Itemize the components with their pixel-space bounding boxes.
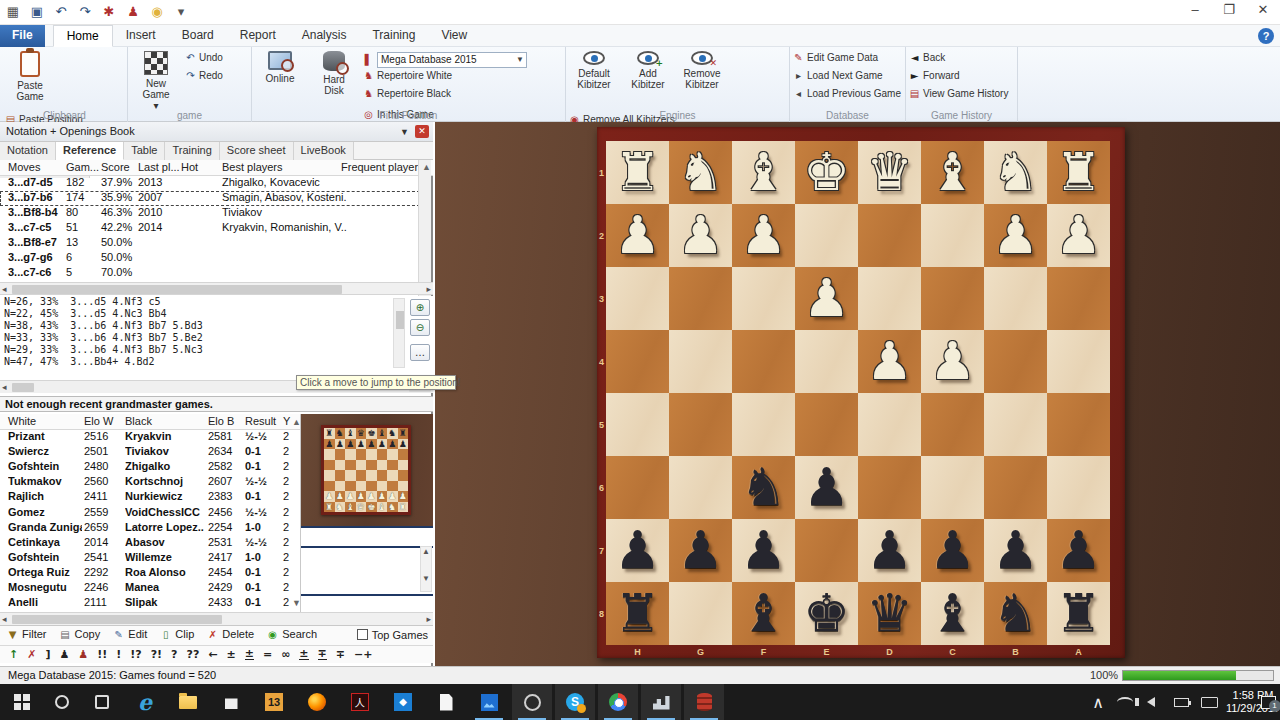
cell: 2010	[138, 206, 162, 218]
column-header[interactable]: Frequent players	[341, 161, 424, 173]
mini-square	[345, 460, 356, 471]
square-e5[interactable]	[795, 393, 858, 456]
square-d1[interactable]: ♛	[858, 141, 921, 204]
annotation-symbols-bar: ↑✗]♟♟!!!!??!???←±±=∞±∓∓−+	[0, 645, 433, 663]
square-f4[interactable]	[732, 330, 795, 393]
white-pawn[interactable]: ♟	[1055, 204, 1102, 267]
battery-icon[interactable]	[1168, 684, 1194, 720]
square-b2[interactable]: ♟	[984, 204, 1047, 267]
cell: ½-½	[245, 475, 281, 487]
cell: 5	[66, 266, 72, 278]
search-button[interactable]: ◉ Search	[266, 628, 317, 640]
game-row[interactable]: Tukmakov2560Kortschnoj2607½-½2	[0, 475, 300, 490]
square-b8[interactable]: ♞	[984, 582, 1047, 645]
black-pawn[interactable]: ♟	[929, 519, 976, 582]
stats-app-icon[interactable]	[641, 684, 681, 720]
square-c8[interactable]: ♝	[921, 582, 984, 645]
square-b1[interactable]: ♞	[984, 141, 1047, 204]
panel-close-icon[interactable]: ✕	[415, 125, 429, 138]
square-e6[interactable]: ♟	[795, 456, 858, 519]
square-b3[interactable]	[984, 267, 1047, 330]
add-kibitzerbutton[interactable]: +AddKibitzer	[622, 49, 674, 109]
black-rook[interactable]: ♜	[614, 582, 661, 645]
annotation-symbol[interactable]: !!	[97, 648, 107, 661]
game-row[interactable]: Mosnegutu2246Manea24290-12	[0, 581, 300, 596]
engine-line[interactable]: N=22, 45% 3...d5 4.Nc3 Bb4	[0, 308, 433, 320]
annotation-symbol[interactable]: ∓	[336, 648, 345, 661]
file-explorer-icon[interactable]	[168, 684, 208, 720]
white-knight[interactable]: ♞	[677, 141, 724, 204]
square-g2[interactable]: ♟	[669, 204, 732, 267]
black-pawn[interactable]: ♟	[677, 519, 724, 582]
game-row[interactable]: Ortega Ruiz2292Roa Alonso24540-12	[0, 566, 300, 581]
redo-button[interactable]: ↷Redo	[182, 68, 227, 86]
square-g7[interactable]: ♟	[669, 519, 732, 582]
square-d8[interactable]: ♛	[858, 582, 921, 645]
tab-file[interactable]: File	[0, 25, 45, 47]
mini-square	[335, 481, 346, 492]
square-h4[interactable]	[606, 330, 669, 393]
tab-training[interactable]: Training	[165, 142, 219, 160]
preview-board[interactable]: ♜♞♝♛♚♝♞♜♟♟♟♟♟♟♟♟♟♟♟♟♟♟♟♟♜♞♝♛♚♝♞♜	[321, 425, 411, 515]
white-rook[interactable]: ♜	[1055, 141, 1102, 204]
mini-square	[387, 481, 398, 492]
annotation-symbol[interactable]: ∞	[281, 648, 290, 661]
annotation-symbol[interactable]: ±	[226, 648, 235, 661]
square-a8[interactable]: ♜	[1047, 582, 1110, 645]
black-pawn[interactable]: ♟	[992, 519, 1039, 582]
repertoire-icon: ♞	[362, 70, 375, 81]
square-c3[interactable]	[921, 267, 984, 330]
move-row[interactable]: 3...g7-g6650.0%	[0, 251, 420, 266]
more-icon[interactable]: ▾	[172, 3, 190, 21]
square-e1[interactable]: ♚	[795, 141, 858, 204]
column-header[interactable]: Elo W	[84, 415, 113, 427]
black-bishop[interactable]: ♝	[929, 582, 976, 645]
mini-piece: ♜	[399, 428, 407, 438]
store-icon[interactable]	[211, 684, 251, 720]
onlinebutton[interactable]: Online	[254, 49, 306, 109]
mini-square	[356, 449, 367, 460]
black-bishop[interactable]: ♝	[740, 582, 787, 645]
tab-livebook[interactable]: LiveBook	[294, 142, 354, 160]
chrome-icon[interactable]	[598, 684, 638, 720]
move-tooltip: Click a move to jump to the position!	[296, 375, 456, 390]
cell: 2582	[208, 460, 243, 472]
engine-line[interactable]: N=38, 43% 3...b6 4.Nf3 Bb7 5.Bd3	[0, 320, 433, 332]
square-e8[interactable]: ♚	[795, 582, 858, 645]
black-pawn[interactable]: ♟	[614, 519, 661, 582]
white-queen[interactable]: ♛	[866, 141, 913, 204]
annotation-symbol[interactable]: ♟	[78, 648, 88, 661]
cell: 2014	[84, 536, 122, 548]
cell: Gomez	[8, 506, 82, 518]
square-g8[interactable]	[669, 582, 732, 645]
cell: 37.9%	[101, 176, 132, 188]
firefox-icon[interactable]	[297, 684, 337, 720]
cell: 2559	[84, 506, 122, 518]
square-d5[interactable]	[858, 393, 921, 456]
load-next-game-button[interactable]: ▸Load Next Game	[790, 68, 905, 86]
mini-square	[377, 481, 388, 492]
annotation-symbol[interactable]: ?!	[151, 648, 162, 661]
mini-square: ♞	[335, 428, 346, 439]
minimize-button[interactable]: –	[1178, 0, 1212, 22]
square-d6[interactable]	[858, 456, 921, 519]
square-g4[interactable]	[669, 330, 732, 393]
cell: Roa Alonso	[125, 566, 205, 578]
rank-label: 7	[597, 546, 606, 556]
copy-button[interactable]: ▤ Copy	[59, 628, 101, 640]
cell: Latorre Lopez..	[125, 521, 205, 533]
more-options-button[interactable]: …	[410, 344, 430, 361]
moves-table-header[interactable]: MovesGam...ScoreLast pl...HotBest player…	[0, 160, 433, 176]
column-header[interactable]: Gam...	[66, 161, 99, 173]
white-bishop[interactable]: ♝	[929, 141, 976, 204]
square-a2[interactable]: ♟	[1047, 204, 1110, 267]
square-a5[interactable]	[1047, 393, 1110, 456]
tab-score-sheet[interactable]: Score sheet	[220, 142, 294, 160]
tab-training[interactable]: Training	[359, 25, 428, 47]
tab-board[interactable]: Board	[169, 25, 227, 47]
back-button[interactable]: ◄Back	[906, 50, 1012, 68]
black-king[interactable]: ♚	[803, 582, 850, 645]
start-icon[interactable]	[2, 684, 42, 720]
mini-square	[387, 470, 398, 481]
square-g3[interactable]	[669, 267, 732, 330]
square-c2[interactable]	[921, 204, 984, 267]
white-pawn[interactable]: ♟	[614, 204, 661, 267]
white-pawn[interactable]: ♟	[803, 267, 850, 330]
dev-app-icon[interactable]: ◆	[383, 684, 423, 720]
cell: Abasov	[125, 536, 205, 548]
tab-reference[interactable]: Reference	[56, 142, 124, 160]
engine-line[interactable]: N=33, 33% 3...b6 4.Nf3 Bb7 5.Be2	[0, 332, 433, 344]
column-header[interactable]: Hot	[181, 161, 198, 173]
engine-vertical-scrollbar[interactable]	[393, 298, 405, 368]
square-e3[interactable]: ♟	[795, 267, 858, 330]
square-f6[interactable]: ♞	[732, 456, 795, 519]
column-header[interactable]: White	[8, 415, 36, 427]
annotation-symbol[interactable]: !	[116, 648, 121, 661]
column-header[interactable]: Result	[245, 415, 276, 427]
white-pawn[interactable]: ♟	[677, 204, 724, 267]
square-a1[interactable]: ♜	[1047, 141, 1110, 204]
white-king[interactable]: ♚	[803, 141, 850, 204]
mega-database-2015-button[interactable]: ▌Mega Database 2015▼	[360, 50, 531, 68]
game-row[interactable]: Prizant2516Kryakvin2581½-½2	[0, 430, 300, 445]
cell: 2411	[84, 490, 122, 502]
annotation-symbol[interactable]: ]	[45, 648, 50, 661]
file-label: G	[669, 647, 732, 657]
game-row[interactable]: Granda Zuniga2659Latorre Lopez..22541-02	[0, 521, 300, 536]
mini-square: ♝	[345, 502, 356, 513]
undo-icon[interactable]: ↶	[52, 3, 70, 21]
preview-scrollbar[interactable]: ▲▼	[420, 546, 432, 592]
game-row[interactable]: Rajlich2411Nurkiewicz23830-12	[0, 490, 300, 505]
remove-kibitzerbutton[interactable]: ✕RemoveKibitzer	[676, 49, 728, 109]
square-h8[interactable]: ♜	[606, 582, 669, 645]
touch-keyboard-icon[interactable]	[1196, 684, 1222, 720]
cell: 174	[66, 191, 84, 203]
annotation-symbol[interactable]: ↑	[9, 648, 18, 661]
mini-square: ♟	[387, 491, 398, 502]
square-d4[interactable]: ♟	[858, 330, 921, 393]
annotation-symbol[interactable]: ∓	[318, 648, 327, 660]
square-f1[interactable]: ♝	[732, 141, 795, 204]
game-row[interactable]: Gofshtein2541Willemze24171-02	[0, 551, 300, 566]
zoom-in-button[interactable]: ⊕	[410, 299, 430, 316]
close-button[interactable]: ✕	[1246, 0, 1280, 22]
tab-view[interactable]: View	[428, 25, 480, 47]
square-f5[interactable]	[732, 393, 795, 456]
square-e2[interactable]	[795, 204, 858, 267]
annotation-symbol[interactable]: =	[263, 648, 272, 661]
cell: Ortega Ruiz	[8, 566, 82, 578]
square-d7[interactable]: ♟	[858, 519, 921, 582]
skype-icon[interactable]: S	[555, 684, 595, 720]
redo-icon[interactable]: ↷	[76, 3, 94, 21]
edit-game-data-button[interactable]: ✎Edit Game Data	[790, 50, 905, 68]
annotation-symbol[interactable]: ±	[299, 648, 308, 660]
engine-line[interactable]: N=29, 33% 3...b6 4.Nf3 Bb7 5.Nc3	[0, 344, 433, 356]
mini-piece: ♟	[388, 439, 396, 449]
column-header[interactable]: Score	[101, 161, 130, 173]
square-h1[interactable]: ♜	[606, 141, 669, 204]
mini-square: ♟	[335, 439, 346, 450]
black-pawn[interactable]: ♟	[866, 519, 913, 582]
white-pawn[interactable]: ♟	[740, 204, 787, 267]
column-header[interactable]: Moves	[8, 161, 40, 173]
column-header[interactable]: Elo B	[208, 415, 234, 427]
square-h3[interactable]	[606, 267, 669, 330]
cell: 2516	[84, 430, 122, 442]
help-icon[interactable]: ?	[1258, 28, 1274, 44]
column-header[interactable]: Last pl...	[138, 161, 180, 173]
move-row[interactable]: 3...d7-d518237.9%2013Zhigalko, Kovacevic	[0, 176, 420, 191]
square-c1[interactable]: ♝	[921, 141, 984, 204]
black-pawn[interactable]: ♟	[803, 456, 850, 519]
square-c6[interactable]	[921, 456, 984, 519]
stack: ◄Back►Forward▤View Game History	[906, 50, 1012, 104]
group-label: game	[128, 110, 251, 121]
mini-piece: ♟	[357, 491, 365, 501]
annotation-symbol[interactable]: !?	[130, 648, 141, 661]
moves-vertical-scrollbar[interactable]: ▲▼	[418, 160, 431, 296]
engine-lines-box[interactable]: N=26, 33% 3...d5 4.Nf3 c5N=22, 45% 3...d…	[0, 296, 433, 380]
task-view-icon[interactable]	[82, 684, 122, 720]
tab-insert[interactable]: Insert	[113, 25, 169, 47]
cell: Swiercz	[8, 445, 82, 457]
delete-button[interactable]: ✗ Delete	[206, 628, 254, 640]
mini-piece: ♟	[367, 491, 375, 501]
save-icon[interactable]: ▣	[28, 3, 46, 21]
tab-home[interactable]: Home	[53, 25, 113, 47]
obs-icon[interactable]	[512, 684, 552, 720]
square-b4[interactable]	[984, 330, 1047, 393]
black-pawn[interactable]: ♟	[1055, 519, 1102, 582]
white-pawn[interactable]: ♟	[992, 204, 1039, 267]
games-horizontal-scrollbar[interactable]: ◂▸	[0, 612, 433, 625]
square-e4[interactable]	[795, 330, 858, 393]
lightbulb-icon[interactable]: ◉	[148, 3, 166, 21]
ribbon: PasteGame▤Paste Position▢Copy Game▦Copy …	[0, 47, 1280, 122]
square-a3[interactable]	[1047, 267, 1110, 330]
square-b5[interactable]	[984, 393, 1047, 456]
undo-button[interactable]: ↶Undo	[182, 50, 227, 68]
square-g5[interactable]	[669, 393, 732, 456]
square-h6[interactable]	[606, 456, 669, 519]
square-d2[interactable]	[858, 204, 921, 267]
column-header[interactable]: Y	[283, 415, 290, 427]
mini-square: ♟	[324, 491, 335, 502]
annotation-symbol[interactable]: −+	[354, 648, 372, 661]
square-d3[interactable]	[858, 267, 921, 330]
view-game-history-button[interactable]: ▤View Game History	[906, 86, 1012, 104]
engine-line[interactable]: N=47, 47% 3...Bb4+ 4.Bd2	[0, 356, 433, 368]
game-row[interactable]: Anelli2111Slipak24330-12▼	[0, 596, 300, 611]
cortana-icon[interactable]	[42, 684, 82, 720]
top-games-checkbox[interactable]: Top Games	[357, 629, 428, 641]
square-f3[interactable]	[732, 267, 795, 330]
tab-report[interactable]: Report	[227, 25, 289, 47]
game-row[interactable]: Gomez2559VoidChessICC2456½-½2	[0, 506, 300, 521]
cell: 2	[283, 430, 297, 442]
setup-icon[interactable]: ♟	[124, 3, 142, 21]
column-header[interactable]: Best players	[222, 161, 283, 173]
move-row[interactable]: 3...b7-b617435.9%2007Smagin, Abasov, Kos…	[0, 191, 420, 206]
edit-button[interactable]: ✎ Edit	[112, 628, 147, 640]
filter-button[interactable]: ▼ Filter	[6, 628, 47, 640]
game-row[interactable]: Cetinkaya2014Abasov2531½-½2	[0, 536, 300, 551]
document-icon[interactable]	[426, 684, 466, 720]
progress-label: 100%	[1090, 669, 1118, 681]
tab-notation[interactable]: Notation	[0, 142, 56, 160]
square-g1[interactable]: ♞	[669, 141, 732, 204]
annotation-symbol[interactable]: ←	[208, 648, 217, 661]
paste-gamebutton[interactable]: PasteGame	[4, 49, 56, 109]
board-icon[interactable]: ▦	[4, 3, 22, 21]
black-pawn[interactable]: ♟	[740, 519, 787, 582]
square-h2[interactable]: ♟	[606, 204, 669, 267]
square-h5[interactable]	[606, 393, 669, 456]
white-pawn[interactable]: ♟	[866, 330, 913, 393]
move-row[interactable]: 3...Bf8-e71350.0%	[0, 236, 420, 251]
square-b6[interactable]	[984, 456, 1047, 519]
hard-diskbutton[interactable]: HardDisk	[308, 49, 360, 109]
photos-icon[interactable]	[469, 684, 509, 720]
square-f7[interactable]: ♟	[732, 519, 795, 582]
action-center-icon[interactable]: 1	[1256, 684, 1280, 720]
chevron-down-icon: ▼	[516, 55, 524, 64]
rank-label: 2	[597, 231, 606, 241]
annotation-symbol[interactable]: ✗	[27, 648, 36, 661]
engine-line[interactable]: N=26, 33% 3...d5 4.Nf3 c5	[0, 296, 433, 308]
engine-icon[interactable]: ✱	[100, 3, 118, 21]
column-header[interactable]: Black	[125, 415, 152, 427]
panel-menu-icon[interactable]: ▼	[400, 127, 409, 137]
tray-expand-icon[interactable]: ∧	[1086, 684, 1110, 720]
game-row[interactable]: Swiercz2501Tiviakov26340-12	[0, 445, 300, 460]
move-row[interactable]: 3...c7-c6570.0%	[0, 266, 420, 281]
acrobat-icon[interactable]: 人	[340, 684, 380, 720]
square-a7[interactable]: ♟	[1047, 519, 1110, 582]
forward-button[interactable]: ►Forward	[906, 68, 1012, 86]
default-kibitzerbutton[interactable]: DefaultKibitzer	[568, 49, 620, 109]
square-b7[interactable]: ♟	[984, 519, 1047, 582]
volume-icon[interactable]	[1140, 684, 1166, 720]
cell: 2429	[208, 581, 243, 593]
white-knight[interactable]: ♞	[992, 141, 1039, 204]
cell: Mosnegutu	[8, 581, 82, 593]
square-f8[interactable]: ♝	[732, 582, 795, 645]
white-pawn[interactable]: ♟	[929, 330, 976, 393]
mini-square	[377, 470, 388, 481]
repertoire-black-button[interactable]: ♞Repertoire Black	[360, 86, 531, 104]
white-rook[interactable]: ♜	[614, 141, 661, 204]
moves-horizontal-scrollbar[interactable]: ◂▸	[0, 282, 433, 295]
tab-table[interactable]: Table	[124, 142, 165, 160]
move-row[interactable]: 3...Bf8-b48046.3%2010Tiviakov	[0, 206, 420, 221]
square-c4[interactable]: ♟	[921, 330, 984, 393]
mini-square: ♟	[398, 491, 409, 502]
mini-square	[356, 460, 367, 471]
mini-piece: ♝	[378, 428, 386, 438]
repertoire-white-button[interactable]: ♞Repertoire White	[360, 68, 531, 86]
cell: 50.0%	[101, 251, 132, 263]
square-a6[interactable]	[1047, 456, 1110, 519]
square-a4[interactable]	[1047, 330, 1110, 393]
load-previous-game-button[interactable]: ◂Load Previous Game	[790, 86, 905, 104]
square-f2[interactable]: ♟	[732, 204, 795, 267]
square-g6[interactable]	[669, 456, 732, 519]
white-bishop[interactable]: ♝	[740, 141, 787, 204]
calendar-icon[interactable]: 13	[254, 684, 294, 720]
black-rook[interactable]: ♜	[1055, 582, 1102, 645]
zoom-out-button[interactable]: ⊖	[410, 319, 430, 336]
database-book-icon: ▌	[362, 54, 375, 65]
mini-square: ♚	[366, 502, 377, 513]
annotation-symbol[interactable]: ??	[187, 648, 200, 661]
black-queen[interactable]: ♛	[866, 582, 913, 645]
mini-square	[356, 481, 367, 492]
mini-piece: ♝	[378, 502, 386, 512]
square-h7[interactable]: ♟	[606, 519, 669, 582]
cell: 3...Bf8-b4	[8, 206, 58, 218]
square-c5[interactable]	[921, 393, 984, 456]
new-game-button[interactable]: NewGame▾	[130, 49, 182, 109]
annotation-symbol[interactable]: ?	[171, 648, 177, 661]
annotation-symbol[interactable]: ±	[245, 648, 254, 660]
move-row[interactable]: 3...c7-c55142.2%2014Kryakvin, Romanishin…	[0, 221, 420, 236]
annotation-symbol[interactable]: ♟	[59, 648, 69, 661]
black-knight[interactable]: ♞	[992, 582, 1039, 645]
clip-button[interactable]: ▯ Clip	[159, 628, 194, 640]
mini-square: ♝	[345, 428, 356, 439]
progress-bar	[1122, 670, 1274, 681]
tab-analysis[interactable]: Analysis	[289, 25, 360, 47]
edge-icon[interactable]: e	[125, 684, 165, 720]
chessbase-icon[interactable]	[684, 684, 724, 720]
black-knight[interactable]: ♞	[740, 456, 787, 519]
maximize-button[interactable]: ❐	[1212, 0, 1246, 22]
square-c7[interactable]: ♟	[921, 519, 984, 582]
stack: ✎Edit Game Data▸Load Next Game◂Load Prev…	[790, 50, 905, 104]
game-row[interactable]: Gofshtein2480Zhigalko25820-12	[0, 460, 300, 475]
cell: 2454	[208, 566, 243, 578]
database-dropdown[interactable]: Mega Database 2015▼	[377, 52, 527, 68]
square-e7[interactable]	[795, 519, 858, 582]
